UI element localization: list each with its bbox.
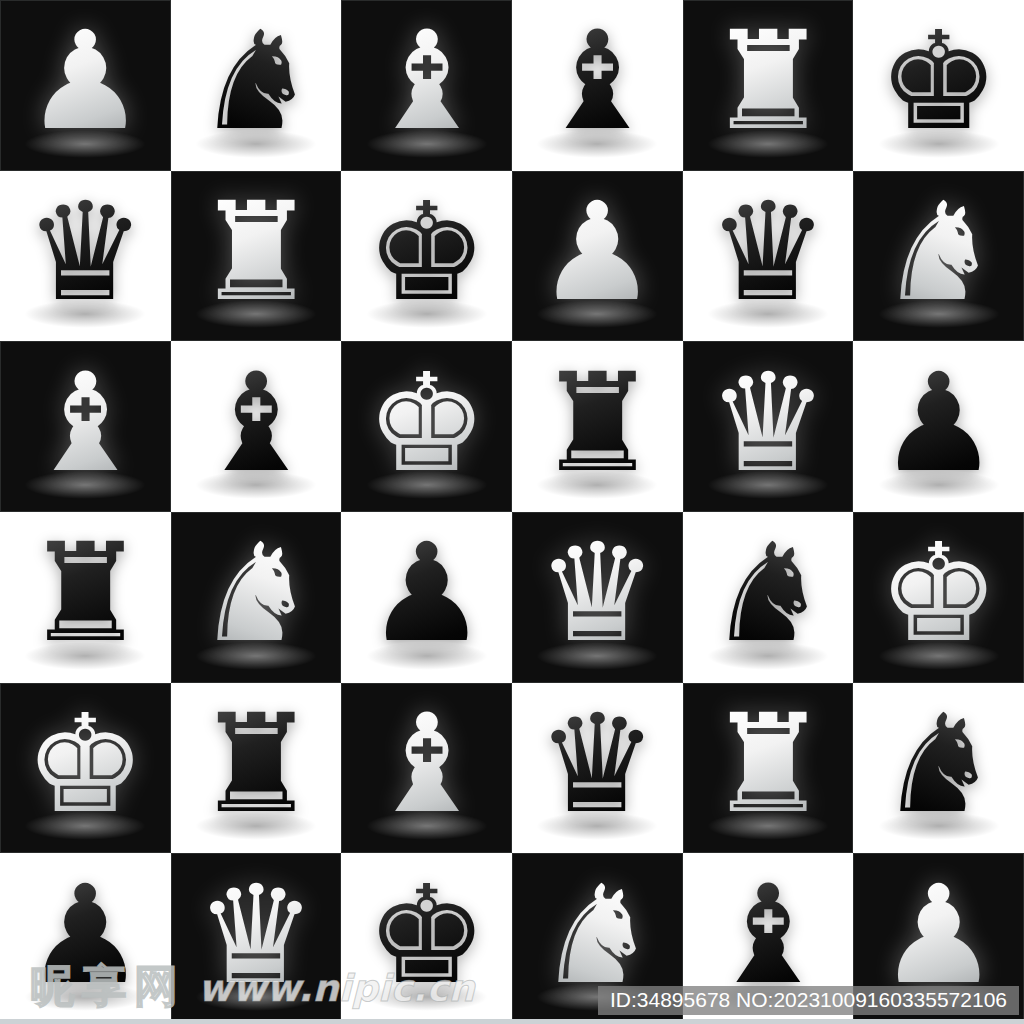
board-square: ♝ xyxy=(341,683,512,854)
white-pawn: ♟ xyxy=(878,867,1000,1003)
black-bishop: ♝ xyxy=(707,867,829,1003)
white-king: ♚ xyxy=(24,696,146,832)
board-square: ♜ xyxy=(683,683,854,854)
black-king: ♚ xyxy=(366,184,488,320)
board-square: ♟ xyxy=(0,853,171,1024)
board-square: ♛ xyxy=(0,171,171,342)
white-queen: ♛ xyxy=(195,867,317,1003)
board-square: ♝ xyxy=(171,341,342,512)
white-knight: ♞ xyxy=(536,867,658,1003)
watermark-id-badge: ID:34895678 NO:20231009160335572106 xyxy=(598,986,1019,1015)
board-square: ♜ xyxy=(171,171,342,342)
white-pawn: ♟ xyxy=(536,184,658,320)
board-square: ♚ xyxy=(853,512,1024,683)
board-square: ♞ xyxy=(171,0,342,171)
board-square: ♚ xyxy=(0,683,171,854)
board-square: ♚ xyxy=(341,853,512,1024)
black-rook: ♜ xyxy=(24,525,146,661)
black-bishop: ♝ xyxy=(536,13,658,149)
board-square: ♚ xyxy=(341,171,512,342)
poster-canvas: ♟♞♝♝♜♚♛♜♚♟♛♞♝♝♚♜♛♟♜♞♟♛♞♚♚♜♝♛♜♞♟♛♚♞♝♟ 昵享网… xyxy=(0,0,1024,1024)
white-rook: ♜ xyxy=(707,13,829,149)
black-pawn: ♟ xyxy=(24,867,146,1003)
black-knight: ♞ xyxy=(195,13,317,149)
board-square: ♛ xyxy=(512,512,683,683)
white-king: ♚ xyxy=(366,355,488,491)
white-pawn: ♟ xyxy=(24,13,146,149)
black-knight: ♞ xyxy=(878,696,1000,832)
board-square: ♚ xyxy=(853,0,1024,171)
black-queen: ♛ xyxy=(707,184,829,320)
board-square: ♞ xyxy=(853,683,1024,854)
board-square: ♜ xyxy=(512,341,683,512)
board-square: ♟ xyxy=(341,512,512,683)
white-rook: ♜ xyxy=(707,696,829,832)
board-square: ♜ xyxy=(171,683,342,854)
white-bishop: ♝ xyxy=(366,13,488,149)
board-square: ♛ xyxy=(512,683,683,854)
white-queen: ♛ xyxy=(707,355,829,491)
board-square: ♝ xyxy=(512,0,683,171)
board-square: ♞ xyxy=(683,512,854,683)
black-queen: ♛ xyxy=(24,184,146,320)
board-square: ♛ xyxy=(683,171,854,342)
black-pawn: ♟ xyxy=(366,525,488,661)
white-king: ♚ xyxy=(878,525,1000,661)
board-square: ♝ xyxy=(341,0,512,171)
white-bishop: ♝ xyxy=(366,696,488,832)
board-square: ♟ xyxy=(512,171,683,342)
board-square: ♚ xyxy=(341,341,512,512)
black-pawn: ♟ xyxy=(878,355,1000,491)
white-queen: ♛ xyxy=(536,525,658,661)
chessboard: ♟♞♝♝♜♚♛♜♚♟♛♞♝♝♚♜♛♟♜♞♟♛♞♚♚♜♝♛♜♞♟♛♚♞♝♟ xyxy=(0,0,1024,1024)
white-knight: ♞ xyxy=(878,184,1000,320)
board-square: ♜ xyxy=(0,512,171,683)
black-king: ♚ xyxy=(366,867,488,1003)
board-square: ♛ xyxy=(683,341,854,512)
bottom-strip xyxy=(0,1019,1024,1024)
white-rook: ♜ xyxy=(195,184,317,320)
board-square: ♞ xyxy=(853,171,1024,342)
white-bishop: ♝ xyxy=(24,355,146,491)
board-square: ♛ xyxy=(171,853,342,1024)
white-knight: ♞ xyxy=(195,525,317,661)
board-square: ♜ xyxy=(683,0,854,171)
board-square: ♟ xyxy=(0,0,171,171)
black-bishop: ♝ xyxy=(195,355,317,491)
black-rook: ♜ xyxy=(195,696,317,832)
board-square: ♞ xyxy=(171,512,342,683)
black-rook: ♜ xyxy=(536,355,658,491)
black-king: ♚ xyxy=(878,13,1000,149)
black-knight: ♞ xyxy=(707,525,829,661)
board-square: ♝ xyxy=(0,341,171,512)
black-queen: ♛ xyxy=(536,696,658,832)
board-square: ♟ xyxy=(853,341,1024,512)
